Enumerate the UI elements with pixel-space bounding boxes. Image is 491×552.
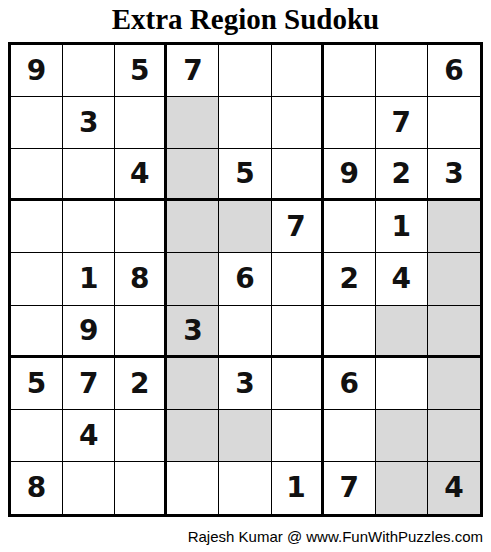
cell-r9c9[interactable]: 4	[428, 462, 480, 514]
cell-r5c4[interactable]	[167, 253, 219, 305]
cell-r2c4[interactable]	[167, 97, 219, 149]
cell-r7c6[interactable]	[272, 358, 324, 410]
cell-r8c3[interactable]	[115, 410, 167, 462]
cell-r9c4[interactable]	[167, 462, 219, 514]
cell-r8c5[interactable]	[219, 410, 271, 462]
cell-r9c1[interactable]: 8	[11, 462, 63, 514]
cell-r2c1[interactable]	[11, 97, 63, 149]
cell-r9c2[interactable]	[63, 462, 115, 514]
cell-r9c8[interactable]	[376, 462, 428, 514]
cell-r7c2[interactable]: 7	[63, 358, 115, 410]
cell-r7c1[interactable]: 5	[11, 358, 63, 410]
cell-r8c6[interactable]	[272, 410, 324, 462]
cell-r3c3[interactable]: 4	[115, 149, 167, 201]
cell-r3c8[interactable]: 2	[376, 149, 428, 201]
page: Extra Region Sudoku 95763745923711862493…	[0, 0, 491, 552]
cell-r3c1[interactable]	[11, 149, 63, 201]
cell-r6c7[interactable]	[324, 306, 376, 358]
cell-r9c5[interactable]	[219, 462, 271, 514]
cell-r6c4[interactable]: 3	[167, 306, 219, 358]
cell-r8c4[interactable]	[167, 410, 219, 462]
cell-r7c5[interactable]: 3	[219, 358, 271, 410]
cell-r1c7[interactable]	[324, 45, 376, 97]
cell-r9c6[interactable]: 1	[272, 462, 324, 514]
cell-r7c4[interactable]	[167, 358, 219, 410]
cell-r2c6[interactable]	[272, 97, 324, 149]
cell-r2c2[interactable]: 3	[63, 97, 115, 149]
cell-r6c2[interactable]: 9	[63, 306, 115, 358]
cell-r5c5[interactable]: 6	[219, 253, 271, 305]
cell-r7c7[interactable]: 6	[324, 358, 376, 410]
cell-r6c6[interactable]	[272, 306, 324, 358]
cell-r4c3[interactable]	[115, 201, 167, 253]
cell-r2c8[interactable]: 7	[376, 97, 428, 149]
cell-r8c8[interactable]	[376, 410, 428, 462]
credit-text: Rajesh Kumar @ www.FunWithPuzzles.com	[188, 527, 483, 547]
cell-r8c7[interactable]	[324, 410, 376, 462]
cell-r3c9[interactable]: 3	[428, 149, 480, 201]
cell-r6c9[interactable]	[428, 306, 480, 358]
cell-r6c8[interactable]	[376, 306, 428, 358]
cell-r1c3[interactable]: 5	[115, 45, 167, 97]
cell-r7c8[interactable]	[376, 358, 428, 410]
cell-r8c9[interactable]	[428, 410, 480, 462]
page-title: Extra Region Sudoku	[0, 1, 491, 37]
cell-r9c3[interactable]	[115, 462, 167, 514]
cell-r6c1[interactable]	[11, 306, 63, 358]
cell-r4c6[interactable]: 7	[272, 201, 324, 253]
cell-r5c8[interactable]: 4	[376, 253, 428, 305]
cell-r1c5[interactable]	[219, 45, 271, 97]
cell-r5c9[interactable]	[428, 253, 480, 305]
cell-r5c3[interactable]: 8	[115, 253, 167, 305]
cell-r1c6[interactable]	[272, 45, 324, 97]
cell-r3c2[interactable]	[63, 149, 115, 201]
cell-r4c9[interactable]	[428, 201, 480, 253]
cell-r4c2[interactable]	[63, 201, 115, 253]
cell-r3c4[interactable]	[167, 149, 219, 201]
cell-r3c5[interactable]: 5	[219, 149, 271, 201]
cell-r2c9[interactable]	[428, 97, 480, 149]
cell-r2c7[interactable]	[324, 97, 376, 149]
cell-r6c5[interactable]	[219, 306, 271, 358]
cell-r4c7[interactable]	[324, 201, 376, 253]
cell-r4c8[interactable]: 1	[376, 201, 428, 253]
cell-r7c3[interactable]: 2	[115, 358, 167, 410]
sudoku-board: 957637459237118624935723648174	[8, 42, 483, 517]
cell-r1c8[interactable]	[376, 45, 428, 97]
cell-r9c7[interactable]: 7	[324, 462, 376, 514]
cell-r4c1[interactable]	[11, 201, 63, 253]
cell-r1c9[interactable]: 6	[428, 45, 480, 97]
cell-r3c6[interactable]	[272, 149, 324, 201]
cell-r5c7[interactable]: 2	[324, 253, 376, 305]
cell-r4c5[interactable]	[219, 201, 271, 253]
cell-r8c1[interactable]	[11, 410, 63, 462]
cell-r1c4[interactable]: 7	[167, 45, 219, 97]
cell-r5c6[interactable]	[272, 253, 324, 305]
cell-r5c2[interactable]: 1	[63, 253, 115, 305]
cell-r3c7[interactable]: 9	[324, 149, 376, 201]
cell-r6c3[interactable]	[115, 306, 167, 358]
cell-r1c2[interactable]	[63, 45, 115, 97]
cell-r8c2[interactable]: 4	[63, 410, 115, 462]
cell-r4c4[interactable]	[167, 201, 219, 253]
cell-r1c1[interactable]: 9	[11, 45, 63, 97]
cell-r2c3[interactable]	[115, 97, 167, 149]
cell-r7c9[interactable]	[428, 358, 480, 410]
cell-r5c1[interactable]	[11, 253, 63, 305]
cell-r2c5[interactable]	[219, 97, 271, 149]
